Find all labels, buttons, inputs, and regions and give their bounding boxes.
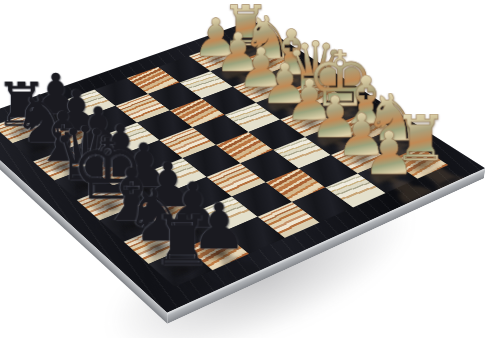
black-rook: ♜ bbox=[138, 213, 225, 268]
square-r8c1: ♜♜ bbox=[149, 248, 213, 287]
square-r8c7: ♟♟ bbox=[358, 160, 418, 193]
green-pawn: ♟ bbox=[349, 130, 429, 178]
product-photo: ♜♜♟♟♟♟♜♜♞♞♟♟♟♟♞♞♝♝♟♟♟♟♝♝♛♛♟♟♟♟♛♛♚♚♟♟♟♟♚♚… bbox=[0, 0, 500, 338]
